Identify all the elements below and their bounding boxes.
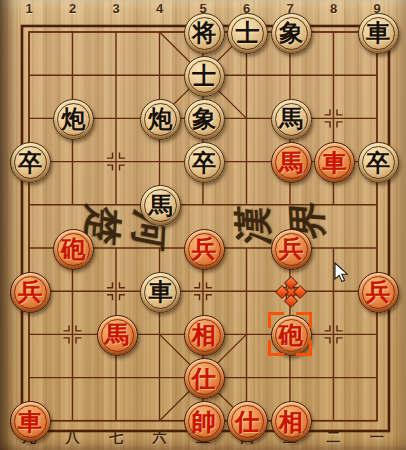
file-label-top-8: 8: [324, 1, 344, 16]
piece-character: 仕: [192, 367, 216, 391]
piece-character: 士: [192, 64, 216, 88]
file-label-bottom-8: 二: [324, 429, 344, 447]
piece-character: 馬: [279, 107, 303, 131]
red-chariot[interactable]: 車: [314, 142, 355, 183]
black-soldier[interactable]: 卒: [10, 142, 51, 183]
piece-character: 帥: [192, 410, 216, 434]
piece-character: 卒: [366, 151, 390, 175]
piece-character: 兵: [366, 280, 390, 304]
piece-character: 象: [192, 107, 216, 131]
black-advisor[interactable]: 士: [227, 13, 268, 54]
piece-character: 車: [18, 410, 42, 434]
red-soldier[interactable]: 兵: [184, 229, 225, 270]
red-soldier[interactable]: 兵: [10, 272, 51, 313]
black-cannon[interactable]: 炮: [53, 99, 94, 140]
piece-character: 砲: [62, 237, 86, 261]
piece-character: 炮: [149, 107, 173, 131]
red-advisor[interactable]: 仕: [184, 358, 225, 399]
black-cannon[interactable]: 炮: [140, 99, 181, 140]
piece-character: 兵: [279, 237, 303, 261]
piece-character: 相: [192, 323, 216, 347]
red-chariot[interactable]: 車: [10, 401, 51, 442]
piece-character: 砲: [279, 323, 303, 347]
black-general[interactable]: 将: [184, 13, 225, 54]
black-horse[interactable]: 馬: [271, 99, 312, 140]
black-advisor[interactable]: 士: [184, 56, 225, 97]
piece-character: 象: [279, 21, 303, 45]
piece-character: 兵: [192, 237, 216, 261]
file-label-top-4: 4: [150, 1, 170, 16]
file-label-bottom-4: 六: [150, 429, 170, 447]
piece-character: 卒: [18, 151, 42, 175]
piece-character: 士: [236, 21, 260, 45]
black-soldier[interactable]: 卒: [358, 142, 399, 183]
red-horse[interactable]: 馬: [271, 142, 312, 183]
piece-character: 炮: [62, 107, 86, 131]
red-cannon[interactable]: 砲: [53, 229, 94, 270]
file-label-bottom-3: 七: [106, 429, 126, 447]
file-label-top-3: 3: [106, 1, 126, 16]
file-label-bottom-2: 八: [63, 429, 83, 447]
piece-character: 仕: [236, 410, 260, 434]
red-soldier[interactable]: 兵: [358, 272, 399, 313]
piece-character: 卒: [192, 151, 216, 175]
file-label-top-2: 2: [63, 1, 83, 16]
piece-character: 車: [366, 21, 390, 45]
file-label-bottom-9: 一: [367, 429, 387, 447]
black-chariot[interactable]: 車: [140, 272, 181, 313]
piece-character: 車: [323, 151, 347, 175]
piece-character: 将: [192, 21, 216, 45]
red-elephant[interactable]: 相: [271, 401, 312, 442]
black-elephant[interactable]: 象: [184, 99, 225, 140]
red-soldier[interactable]: 兵: [271, 229, 312, 270]
red-horse[interactable]: 馬: [97, 315, 138, 356]
piece-character: 馬: [279, 151, 303, 175]
black-elephant[interactable]: 象: [271, 13, 312, 54]
piece-character: 馬: [149, 194, 173, 218]
red-advisor[interactable]: 仕: [227, 401, 268, 442]
river-char: 漢: [233, 204, 273, 245]
black-horse[interactable]: 馬: [140, 185, 181, 226]
black-chariot[interactable]: 車: [358, 13, 399, 54]
red-elephant[interactable]: 相: [184, 315, 225, 356]
red-general[interactable]: 帥: [184, 401, 225, 442]
piece-character: 馬: [105, 323, 129, 347]
red-cannon[interactable]: 砲: [271, 315, 312, 356]
file-label-top-1: 1: [19, 1, 39, 16]
piece-character: 車: [149, 280, 173, 304]
xiangqi-board[interactable]: 123456789 九八七六五四三二一 楚河 漢界 将士象車士炮炮象馬卒卒卒馬車…: [0, 0, 406, 450]
black-soldier[interactable]: 卒: [184, 142, 225, 183]
piece-character: 兵: [18, 280, 42, 304]
piece-character: 相: [279, 410, 303, 434]
